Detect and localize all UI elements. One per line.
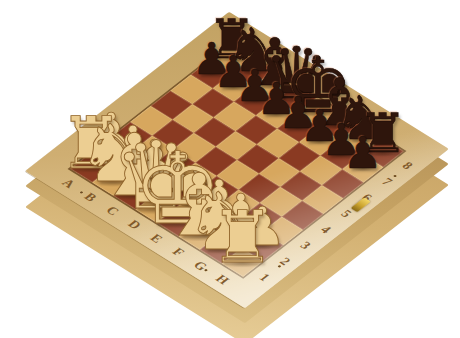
piece-wR-h1[interactable]: ♜ bbox=[210, 202, 274, 274]
chess-board-photo: ABCDEFGH12345678 ♜♞♝♛♚♝♞♜♟♟♟♟♟♟♟♟♟♟♟♟♟♟♟… bbox=[0, 0, 460, 338]
pieces-layer: ♜♞♝♛♚♝♞♜♟♟♟♟♟♟♟♟♟♟♟♟♟♟♟♟♜♞♝♛♚♝♞♜ bbox=[0, 0, 460, 338]
piece-bP-h7[interactable]: ♟ bbox=[343, 131, 382, 175]
